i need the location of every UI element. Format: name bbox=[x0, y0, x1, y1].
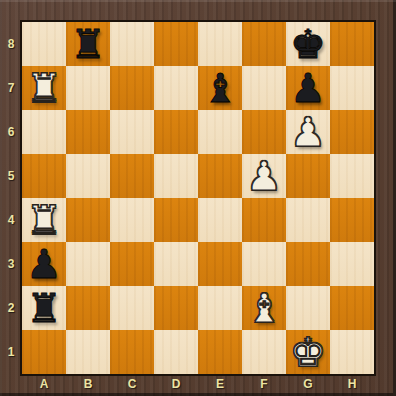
rank-label-5: 5 bbox=[0, 154, 22, 198]
square-c4[interactable] bbox=[110, 198, 154, 242]
square-c2[interactable] bbox=[110, 286, 154, 330]
rank-label-1: 1 bbox=[0, 330, 22, 374]
piece-white-bishop[interactable]: ♝ bbox=[246, 286, 282, 330]
square-e6[interactable] bbox=[198, 110, 242, 154]
square-e8[interactable] bbox=[198, 22, 242, 66]
square-f7[interactable] bbox=[242, 66, 286, 110]
square-g4[interactable] bbox=[286, 198, 330, 242]
square-h2[interactable] bbox=[330, 286, 374, 330]
square-h6[interactable] bbox=[330, 110, 374, 154]
square-a1[interactable] bbox=[22, 330, 66, 374]
square-h3[interactable] bbox=[330, 242, 374, 286]
square-f4[interactable] bbox=[242, 198, 286, 242]
square-c5[interactable] bbox=[110, 154, 154, 198]
file-label-h: H bbox=[330, 374, 374, 396]
rank-label-2: 2 bbox=[0, 286, 22, 330]
piece-white-pawn[interactable]: ♟ bbox=[246, 154, 282, 198]
piece-black-pawn[interactable]: ♟ bbox=[290, 66, 326, 110]
rank-label-7: 7 bbox=[0, 66, 22, 110]
square-f2[interactable]: ♝ bbox=[242, 286, 286, 330]
piece-white-rook[interactable]: ♜ bbox=[26, 198, 62, 242]
square-h8[interactable] bbox=[330, 22, 374, 66]
file-label-a: A bbox=[22, 374, 66, 396]
square-b1[interactable] bbox=[66, 330, 110, 374]
square-f5[interactable]: ♟ bbox=[242, 154, 286, 198]
square-f6[interactable] bbox=[242, 110, 286, 154]
square-g8[interactable]: ♚ bbox=[286, 22, 330, 66]
piece-black-king[interactable]: ♚ bbox=[290, 22, 326, 66]
square-d7[interactable] bbox=[154, 66, 198, 110]
file-labels: ABCDEFGH bbox=[22, 374, 374, 396]
square-e7[interactable]: ♝ bbox=[198, 66, 242, 110]
piece-white-rook[interactable]: ♜ bbox=[26, 66, 62, 110]
square-d8[interactable] bbox=[154, 22, 198, 66]
square-e2[interactable] bbox=[198, 286, 242, 330]
square-a6[interactable] bbox=[22, 110, 66, 154]
square-g1[interactable]: ♚ bbox=[286, 330, 330, 374]
square-g2[interactable] bbox=[286, 286, 330, 330]
file-label-f: F bbox=[242, 374, 286, 396]
rank-labels: 87654321 bbox=[0, 22, 22, 374]
square-h4[interactable] bbox=[330, 198, 374, 242]
square-d4[interactable] bbox=[154, 198, 198, 242]
square-b7[interactable] bbox=[66, 66, 110, 110]
square-a8[interactable] bbox=[22, 22, 66, 66]
square-c6[interactable] bbox=[110, 110, 154, 154]
square-h7[interactable] bbox=[330, 66, 374, 110]
square-d3[interactable] bbox=[154, 242, 198, 286]
square-b4[interactable] bbox=[66, 198, 110, 242]
square-h5[interactable] bbox=[330, 154, 374, 198]
square-g7[interactable]: ♟ bbox=[286, 66, 330, 110]
square-d2[interactable] bbox=[154, 286, 198, 330]
square-g5[interactable] bbox=[286, 154, 330, 198]
square-e4[interactable] bbox=[198, 198, 242, 242]
square-d5[interactable] bbox=[154, 154, 198, 198]
square-f3[interactable] bbox=[242, 242, 286, 286]
square-f1[interactable] bbox=[242, 330, 286, 374]
file-label-e: E bbox=[198, 374, 242, 396]
chess-board: ♜♚♜♝♟♟♟♜♟♜♝♚ bbox=[22, 22, 374, 374]
square-e3[interactable] bbox=[198, 242, 242, 286]
file-label-b: B bbox=[66, 374, 110, 396]
square-g3[interactable] bbox=[286, 242, 330, 286]
square-a2[interactable]: ♜ bbox=[22, 286, 66, 330]
rank-label-6: 6 bbox=[0, 110, 22, 154]
square-c7[interactable] bbox=[110, 66, 154, 110]
square-g6[interactable]: ♟ bbox=[286, 110, 330, 154]
piece-black-pawn[interactable]: ♟ bbox=[26, 242, 62, 286]
square-b5[interactable] bbox=[66, 154, 110, 198]
piece-black-rook[interactable]: ♜ bbox=[26, 286, 62, 330]
rank-label-4: 4 bbox=[0, 198, 22, 242]
file-label-g: G bbox=[286, 374, 330, 396]
piece-white-king[interactable]: ♚ bbox=[290, 330, 326, 374]
square-f8[interactable] bbox=[242, 22, 286, 66]
square-b6[interactable] bbox=[66, 110, 110, 154]
chess-app-window: 87654321 ♜♚♜♝♟♟♟♜♟♜♝♚ ABCDEFGH bbox=[0, 0, 396, 396]
square-d6[interactable] bbox=[154, 110, 198, 154]
square-c8[interactable] bbox=[110, 22, 154, 66]
square-b8[interactable]: ♜ bbox=[66, 22, 110, 66]
file-label-d: D bbox=[154, 374, 198, 396]
square-a7[interactable]: ♜ bbox=[22, 66, 66, 110]
square-e1[interactable] bbox=[198, 330, 242, 374]
square-h1[interactable] bbox=[330, 330, 374, 374]
square-d1[interactable] bbox=[154, 330, 198, 374]
square-a4[interactable]: ♜ bbox=[22, 198, 66, 242]
square-c3[interactable] bbox=[110, 242, 154, 286]
square-a5[interactable] bbox=[22, 154, 66, 198]
piece-white-pawn[interactable]: ♟ bbox=[290, 110, 326, 154]
square-b3[interactable] bbox=[66, 242, 110, 286]
square-c1[interactable] bbox=[110, 330, 154, 374]
square-e5[interactable] bbox=[198, 154, 242, 198]
square-b2[interactable] bbox=[66, 286, 110, 330]
piece-black-bishop[interactable]: ♝ bbox=[202, 66, 238, 110]
file-label-c: C bbox=[110, 374, 154, 396]
square-a3[interactable]: ♟ bbox=[22, 242, 66, 286]
rank-label-3: 3 bbox=[0, 242, 22, 286]
rank-label-8: 8 bbox=[0, 22, 22, 66]
piece-black-rook[interactable]: ♜ bbox=[70, 22, 106, 66]
